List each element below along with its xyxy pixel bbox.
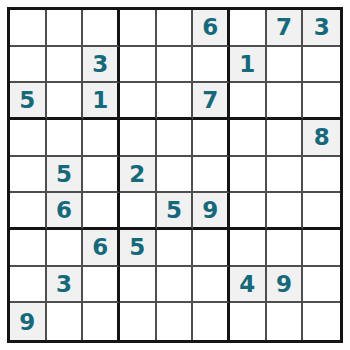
- cell-r6c3-empty[interactable]: [83, 193, 120, 230]
- cell-r5c4-given-2[interactable]: 2: [120, 157, 157, 194]
- cell-r3c2-empty[interactable]: [47, 83, 84, 120]
- cell-r1c9-given-3[interactable]: 3: [303, 10, 340, 47]
- cell-r7c9-empty[interactable]: [303, 230, 340, 267]
- cell-r8c2-given-3[interactable]: 3: [47, 267, 84, 304]
- cell-r9c6-empty[interactable]: [193, 303, 230, 340]
- cell-r8c4-empty[interactable]: [120, 267, 157, 304]
- cell-r4c4-empty[interactable]: [120, 120, 157, 157]
- cell-r6c9-empty[interactable]: [303, 193, 340, 230]
- cell-r8c1-empty[interactable]: [10, 267, 47, 304]
- cell-r9c8-empty[interactable]: [267, 303, 304, 340]
- cell-r4c7-empty[interactable]: [230, 120, 267, 157]
- cell-r5c8-empty[interactable]: [267, 157, 304, 194]
- cell-r9c3-empty[interactable]: [83, 303, 120, 340]
- cell-r3c7-empty[interactable]: [230, 83, 267, 120]
- cell-r9c1-given-9[interactable]: 9: [10, 303, 47, 340]
- cell-r2c1-empty[interactable]: [10, 47, 47, 84]
- cell-r4c5-empty[interactable]: [157, 120, 194, 157]
- cell-r8c6-empty[interactable]: [193, 267, 230, 304]
- cell-r2c2-empty[interactable]: [47, 47, 84, 84]
- cell-r3c4-empty[interactable]: [120, 83, 157, 120]
- cell-r7c5-empty[interactable]: [157, 230, 194, 267]
- cell-r7c6-empty[interactable]: [193, 230, 230, 267]
- cell-r1c3-empty[interactable]: [83, 10, 120, 47]
- cell-r5c2-given-5[interactable]: 5: [47, 157, 84, 194]
- cell-r6c5-given-5[interactable]: 5: [157, 193, 194, 230]
- cell-r2c5-empty[interactable]: [157, 47, 194, 84]
- cell-r6c6-given-9[interactable]: 9: [193, 193, 230, 230]
- cell-r7c1-empty[interactable]: [10, 230, 47, 267]
- sudoku-board: 67331517852659653499: [7, 7, 343, 343]
- cell-r7c2-empty[interactable]: [47, 230, 84, 267]
- cell-r3c8-empty[interactable]: [267, 83, 304, 120]
- cell-r9c7-empty[interactable]: [230, 303, 267, 340]
- cell-r5c3-empty[interactable]: [83, 157, 120, 194]
- cell-r2c4-empty[interactable]: [120, 47, 157, 84]
- cell-r4c9-given-8[interactable]: 8: [303, 120, 340, 157]
- cell-r9c4-empty[interactable]: [120, 303, 157, 340]
- cell-r1c5-empty[interactable]: [157, 10, 194, 47]
- cell-r1c1-empty[interactable]: [10, 10, 47, 47]
- cell-r8c5-empty[interactable]: [157, 267, 194, 304]
- cell-r6c1-empty[interactable]: [10, 193, 47, 230]
- cell-r5c6-empty[interactable]: [193, 157, 230, 194]
- cell-r5c1-empty[interactable]: [10, 157, 47, 194]
- cell-r4c2-empty[interactable]: [47, 120, 84, 157]
- cell-r3c3-given-1[interactable]: 1: [83, 83, 120, 120]
- cell-r5c5-empty[interactable]: [157, 157, 194, 194]
- cell-r3c6-given-7[interactable]: 7: [193, 83, 230, 120]
- cell-r8c9-empty[interactable]: [303, 267, 340, 304]
- cell-r2c9-empty[interactable]: [303, 47, 340, 84]
- cell-r6c2-given-6[interactable]: 6: [47, 193, 84, 230]
- cell-r9c2-empty[interactable]: [47, 303, 84, 340]
- cell-r6c4-empty[interactable]: [120, 193, 157, 230]
- cell-r7c4-given-5[interactable]: 5: [120, 230, 157, 267]
- cell-r1c2-empty[interactable]: [47, 10, 84, 47]
- page: 67331517852659653499: [0, 0, 350, 350]
- cell-r7c8-empty[interactable]: [267, 230, 304, 267]
- cell-r2c8-empty[interactable]: [267, 47, 304, 84]
- cell-r7c7-empty[interactable]: [230, 230, 267, 267]
- cell-r4c1-empty[interactable]: [10, 120, 47, 157]
- cell-r5c7-empty[interactable]: [230, 157, 267, 194]
- cell-r9c9-empty[interactable]: [303, 303, 340, 340]
- cell-r3c9-empty[interactable]: [303, 83, 340, 120]
- cell-r9c5-empty[interactable]: [157, 303, 194, 340]
- cell-r1c7-empty[interactable]: [230, 10, 267, 47]
- cell-r3c1-given-5[interactable]: 5: [10, 83, 47, 120]
- cell-r6c8-empty[interactable]: [267, 193, 304, 230]
- cell-r4c3-empty[interactable]: [83, 120, 120, 157]
- cell-r5c9-empty[interactable]: [303, 157, 340, 194]
- cell-r6c7-empty[interactable]: [230, 193, 267, 230]
- cell-r4c8-empty[interactable]: [267, 120, 304, 157]
- cell-r8c8-given-9[interactable]: 9: [267, 267, 304, 304]
- cell-r1c4-empty[interactable]: [120, 10, 157, 47]
- cell-r1c6-given-6[interactable]: 6: [193, 10, 230, 47]
- cell-r2c3-given-3[interactable]: 3: [83, 47, 120, 84]
- cell-r4c6-empty[interactable]: [193, 120, 230, 157]
- cell-r1c8-given-7[interactable]: 7: [267, 10, 304, 47]
- cell-r2c6-empty[interactable]: [193, 47, 230, 84]
- cell-r8c7-given-4[interactable]: 4: [230, 267, 267, 304]
- cell-r8c3-empty[interactable]: [83, 267, 120, 304]
- cell-r2c7-given-1[interactable]: 1: [230, 47, 267, 84]
- cell-r7c3-given-6[interactable]: 6: [83, 230, 120, 267]
- cell-r3c5-empty[interactable]: [157, 83, 194, 120]
